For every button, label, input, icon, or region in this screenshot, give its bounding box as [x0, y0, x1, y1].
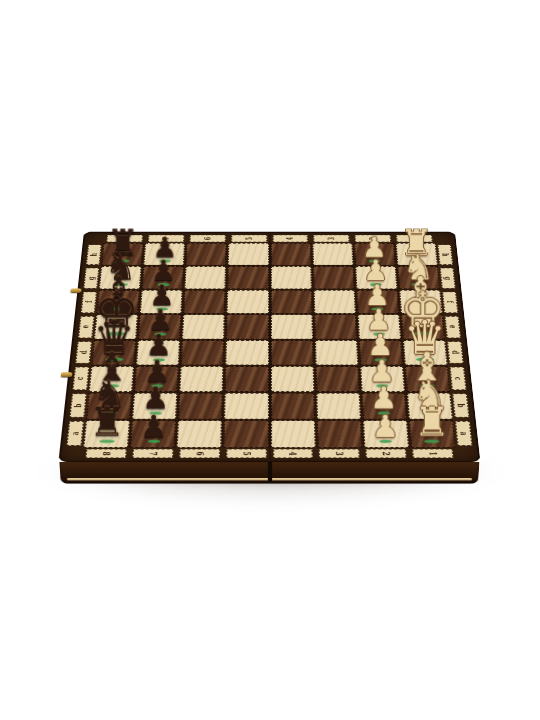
file-label: b — [452, 394, 469, 418]
square-c3[interactable] — [315, 366, 359, 392]
file-label-text: d — [451, 351, 460, 355]
rank-label-text: 1 — [428, 452, 437, 456]
file-label-text: g — [443, 276, 452, 279]
square-f5[interactable] — [227, 290, 269, 313]
file-label-text: d — [79, 351, 88, 355]
file-label-text: e — [82, 325, 91, 328]
front-rank-numbers: 87654321 — [82, 448, 457, 460]
square-g6[interactable] — [185, 266, 227, 289]
rank-label: 6 — [179, 449, 220, 458]
box-front-side — [59, 462, 479, 484]
rank-label: 4 — [273, 449, 313, 458]
file-label-text: a — [459, 432, 468, 436]
file-label: h — [86, 245, 101, 265]
rank-label-text: 1 — [410, 237, 418, 240]
square-g1[interactable] — [397, 266, 440, 289]
file-label-text: h — [441, 253, 449, 256]
rank-label: 8 — [106, 235, 142, 242]
rank-label-text: 5 — [242, 452, 251, 456]
rank-label-text: 8 — [121, 237, 129, 240]
rank-label-text: 4 — [286, 237, 294, 240]
square-c6[interactable] — [180, 366, 224, 392]
rank-label: 8 — [85, 449, 126, 458]
file-label: a — [67, 421, 84, 445]
square-b3[interactable] — [316, 393, 361, 419]
square-g4[interactable] — [270, 266, 311, 289]
rank-label-text: 7 — [148, 452, 157, 456]
file-label-text: f — [446, 301, 455, 303]
square-d5[interactable] — [226, 340, 269, 365]
rank-label-text: 3 — [328, 237, 336, 240]
square-g8[interactable] — [99, 266, 142, 289]
rank-label: 7 — [148, 235, 184, 242]
rank-label: 3 — [319, 449, 360, 458]
square-c4[interactable] — [271, 366, 314, 392]
square-d3[interactable] — [315, 340, 358, 365]
file-label: b — [70, 394, 87, 418]
square-d4[interactable] — [271, 340, 314, 365]
file-label: a — [455, 421, 472, 445]
square-e4[interactable] — [270, 315, 312, 339]
file-label-text: f — [85, 301, 94, 303]
square-f2[interactable] — [356, 290, 399, 313]
file-label-text: b — [74, 404, 83, 408]
file-label-text: c — [76, 377, 85, 380]
rank-label: 2 — [355, 235, 391, 242]
rank-label-text: 7 — [162, 237, 170, 240]
square-d6[interactable] — [181, 340, 224, 365]
file-label-text: h — [90, 253, 98, 256]
file-label: d — [447, 341, 463, 363]
file-label: g — [84, 268, 100, 288]
file-label: h — [438, 245, 453, 265]
square-e5[interactable] — [226, 315, 268, 339]
square-a6[interactable] — [177, 420, 222, 447]
square-a5[interactable] — [224, 420, 269, 447]
rank-label: 5 — [231, 235, 267, 242]
square-b5[interactable] — [224, 393, 268, 419]
brass-clasp — [70, 288, 81, 292]
piece-black-rook[interactable]: ♜ — [89, 402, 125, 442]
file-label-text: g — [87, 276, 96, 279]
rank-label: 5 — [226, 449, 266, 458]
rank-label: 2 — [366, 449, 407, 458]
rank-label: 3 — [314, 235, 350, 242]
rank-label-text: 3 — [335, 452, 344, 456]
square-h1[interactable] — [396, 243, 438, 265]
chess-board: 87654321 87654321 hgfedcba hgfedcba ♜♞♝♛… — [58, 232, 480, 462]
square-h3[interactable] — [312, 243, 353, 265]
file-label: e — [445, 316, 461, 338]
file-label-text: e — [448, 325, 457, 328]
square-c5[interactable] — [225, 366, 268, 392]
rank-label-text: 5 — [245, 237, 253, 240]
file-label-text: c — [454, 377, 463, 380]
file-label-text: a — [71, 432, 80, 436]
square-e3[interactable] — [314, 315, 357, 339]
rank-label: 7 — [132, 449, 173, 458]
rank-label-text: 2 — [369, 237, 377, 240]
square-h5[interactable] — [228, 243, 268, 265]
rank-label-text: 6 — [195, 452, 204, 456]
file-label: c — [450, 367, 467, 390]
square-f6[interactable] — [184, 290, 226, 313]
file-label-text: b — [456, 404, 465, 408]
file-label: e — [78, 316, 94, 338]
square-g5[interactable] — [228, 266, 269, 289]
brass-clasp — [61, 372, 73, 377]
square-h2[interactable] — [354, 243, 395, 265]
square-b4[interactable] — [271, 393, 315, 419]
file-label: c — [73, 367, 90, 390]
folding-seam — [268, 233, 270, 460]
rank-label: 1 — [412, 449, 453, 458]
file-label: d — [75, 341, 91, 363]
rank-label-text: 8 — [101, 452, 110, 456]
rank-label-text: 6 — [203, 237, 211, 240]
rank-label-text: 2 — [382, 452, 391, 456]
square-h8[interactable] — [101, 243, 143, 265]
square-g2[interactable] — [355, 266, 397, 289]
square-b6[interactable] — [178, 393, 223, 419]
square-a3[interactable] — [317, 420, 362, 447]
square-g7[interactable] — [142, 266, 184, 289]
square-f3[interactable] — [313, 290, 355, 313]
square-g3[interactable] — [313, 266, 355, 289]
piece-white-pawn[interactable]: ♟ — [372, 411, 400, 442]
square-h4[interactable] — [270, 243, 310, 265]
product-photo: 87654321 87654321 hgfedcba hgfedcba ♜♞♝♛… — [0, 0, 540, 720]
piece-black-pawn[interactable]: ♟ — [140, 411, 168, 442]
file-label: g — [440, 268, 456, 288]
rank-label-text: 4 — [288, 452, 297, 456]
scene: 87654321 87654321 hgfedcba hgfedcba ♜♞♝♛… — [0, 0, 540, 720]
square-h7[interactable] — [144, 243, 185, 265]
square-f7[interactable] — [140, 290, 183, 313]
rank-label: 4 — [272, 235, 308, 242]
rank-label: 1 — [396, 235, 432, 242]
square-f4[interactable] — [270, 290, 312, 313]
rank-label: 6 — [189, 235, 225, 242]
square-h6[interactable] — [186, 243, 227, 265]
square-e6[interactable] — [182, 315, 225, 339]
side-seam-gap — [267, 462, 271, 484]
square-a4[interactable] — [271, 420, 316, 447]
piece-white-rook[interactable]: ♜ — [414, 402, 450, 442]
